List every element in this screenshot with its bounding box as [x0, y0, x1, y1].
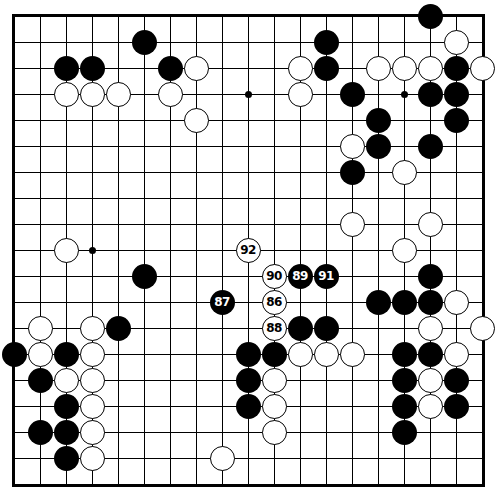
intersection-13-13 [339, 341, 365, 367]
black-stone [288, 316, 313, 341]
white-stone [184, 108, 209, 133]
intersection-16-11 [417, 289, 443, 315]
intersection-14-16 [365, 419, 391, 445]
white-stone [444, 342, 469, 367]
intersection-11-4 [287, 107, 313, 133]
intersection-11-17 [287, 445, 313, 471]
intersection-0-7 [1, 185, 27, 211]
intersection-1-0 [27, 3, 53, 29]
intersection-8-5 [209, 133, 235, 159]
intersection-12-2 [313, 55, 339, 81]
white-stone-move-90: 90 [262, 264, 287, 289]
intersection-16-10 [417, 263, 443, 289]
intersection-1-15 [27, 393, 53, 419]
intersection-3-0 [79, 3, 105, 29]
intersection-8-12 [209, 315, 235, 341]
intersection-3-4 [79, 107, 105, 133]
intersection-18-12 [469, 315, 495, 341]
intersection-17-15 [443, 393, 469, 419]
intersection-0-3 [1, 81, 27, 107]
intersection-7-12 [183, 315, 209, 341]
black-stone [418, 134, 443, 159]
intersection-0-5 [1, 133, 27, 159]
black-stone [54, 342, 79, 367]
intersection-14-18 [365, 471, 391, 497]
intersection-4-9 [105, 237, 131, 263]
intersection-18-0 [469, 3, 495, 29]
intersection-18-17 [469, 445, 495, 471]
intersection-8-8 [209, 211, 235, 237]
intersection-10-3 [261, 81, 287, 107]
intersection-18-9 [469, 237, 495, 263]
intersection-15-3 [391, 81, 417, 107]
intersection-17-7 [443, 185, 469, 211]
intersection-2-7 [53, 185, 79, 211]
intersection-9-14 [235, 367, 261, 393]
white-stone-move-86: 86 [262, 290, 287, 315]
intersection-12-10: 91 [313, 263, 339, 289]
intersection-2-5 [53, 133, 79, 159]
intersection-0-11 [1, 289, 27, 315]
intersection-10-0 [261, 3, 287, 29]
intersection-12-16 [313, 419, 339, 445]
intersection-17-3 [443, 81, 469, 107]
intersection-6-13 [157, 341, 183, 367]
go-board: 92908991878688 [12, 14, 485, 487]
intersection-10-4 [261, 107, 287, 133]
black-stone [418, 4, 443, 29]
intersection-15-8 [391, 211, 417, 237]
intersection-6-8 [157, 211, 183, 237]
intersection-13-1 [339, 29, 365, 55]
intersection-3-12 [79, 315, 105, 341]
white-stone [470, 56, 495, 81]
intersection-8-1 [209, 29, 235, 55]
intersection-13-15 [339, 393, 365, 419]
intersection-6-3 [157, 81, 183, 107]
intersection-9-5 [235, 133, 261, 159]
intersection-18-16 [469, 419, 495, 445]
black-stone [132, 264, 157, 289]
intersection-9-8 [235, 211, 261, 237]
intersection-7-13 [183, 341, 209, 367]
intersection-4-8 [105, 211, 131, 237]
intersection-14-14 [365, 367, 391, 393]
intersection-12-4 [313, 107, 339, 133]
intersection-10-18 [261, 471, 287, 497]
intersection-7-5 [183, 133, 209, 159]
intersection-13-9 [339, 237, 365, 263]
intersection-9-10 [235, 263, 261, 289]
intersection-18-2 [469, 55, 495, 81]
intersection-3-9 [79, 237, 105, 263]
intersection-5-17 [131, 445, 157, 471]
intersection-0-17 [1, 445, 27, 471]
intersection-18-7 [469, 185, 495, 211]
intersection-16-8 [417, 211, 443, 237]
white-stone [418, 368, 443, 393]
black-stone [366, 134, 391, 159]
intersection-16-12 [417, 315, 443, 341]
intersection-5-18 [131, 471, 157, 497]
intersection-8-4 [209, 107, 235, 133]
intersection-13-4 [339, 107, 365, 133]
star-point [89, 247, 96, 254]
intersection-4-3 [105, 81, 131, 107]
intersection-5-9 [131, 237, 157, 263]
white-stone [262, 420, 287, 445]
intersection-13-10 [339, 263, 365, 289]
intersection-0-0 [1, 3, 27, 29]
intersection-14-11 [365, 289, 391, 315]
intersection-4-2 [105, 55, 131, 81]
white-stone [54, 82, 79, 107]
intersection-4-11 [105, 289, 131, 315]
intersection-10-12: 88 [261, 315, 287, 341]
intersection-12-0 [313, 3, 339, 29]
intersection-5-15 [131, 393, 157, 419]
intersection-13-11 [339, 289, 365, 315]
white-stone [418, 212, 443, 237]
intersection-11-16 [287, 419, 313, 445]
intersection-7-14 [183, 367, 209, 393]
intersection-16-16 [417, 419, 443, 445]
intersection-9-0 [235, 3, 261, 29]
intersection-3-15 [79, 393, 105, 419]
black-stone [54, 394, 79, 419]
black-stone [392, 394, 417, 419]
white-stone [288, 82, 313, 107]
black-stone [28, 420, 53, 445]
intersection-9-15 [235, 393, 261, 419]
intersection-10-17 [261, 445, 287, 471]
intersection-6-6 [157, 159, 183, 185]
intersection-6-5 [157, 133, 183, 159]
intersection-14-1 [365, 29, 391, 55]
intersection-1-3 [27, 81, 53, 107]
intersection-14-7 [365, 185, 391, 211]
intersection-13-2 [339, 55, 365, 81]
intersection-6-15 [157, 393, 183, 419]
white-stone [210, 446, 235, 471]
star-point [401, 91, 408, 98]
intersection-4-6 [105, 159, 131, 185]
intersection-16-0 [417, 3, 443, 29]
intersection-6-16 [157, 419, 183, 445]
intersection-14-4 [365, 107, 391, 133]
intersection-12-11 [313, 289, 339, 315]
intersection-10-8 [261, 211, 287, 237]
intersection-5-6 [131, 159, 157, 185]
intersection-11-5 [287, 133, 313, 159]
intersection-5-7 [131, 185, 157, 211]
white-stone [262, 368, 287, 393]
intersection-3-16 [79, 419, 105, 445]
intersection-16-15 [417, 393, 443, 419]
intersection-7-3 [183, 81, 209, 107]
intersection-11-8 [287, 211, 313, 237]
intersection-8-3 [209, 81, 235, 107]
intersection-8-0 [209, 3, 235, 29]
intersection-7-6 [183, 159, 209, 185]
intersection-13-8 [339, 211, 365, 237]
intersection-14-10 [365, 263, 391, 289]
intersection-14-8 [365, 211, 391, 237]
intersection-9-1 [235, 29, 261, 55]
intersection-11-7 [287, 185, 313, 211]
black-stone [314, 56, 339, 81]
white-stone-move-88: 88 [262, 316, 287, 341]
intersection-11-12 [287, 315, 313, 341]
intersection-15-16 [391, 419, 417, 445]
intersection-6-9 [157, 237, 183, 263]
intersection-8-11: 87 [209, 289, 235, 315]
intersection-4-16 [105, 419, 131, 445]
intersection-17-14 [443, 367, 469, 393]
intersection-3-1 [79, 29, 105, 55]
intersection-18-11 [469, 289, 495, 315]
intersection-17-10 [443, 263, 469, 289]
intersection-16-7 [417, 185, 443, 211]
intersection-2-15 [53, 393, 79, 419]
intersection-17-2 [443, 55, 469, 81]
intersection-4-1 [105, 29, 131, 55]
intersection-3-11 [79, 289, 105, 315]
intersection-0-4 [1, 107, 27, 133]
intersection-11-1 [287, 29, 313, 55]
black-stone [236, 394, 261, 419]
intersection-7-18 [183, 471, 209, 497]
intersection-2-3 [53, 81, 79, 107]
intersection-3-8 [79, 211, 105, 237]
intersection-9-16 [235, 419, 261, 445]
intersection-0-9 [1, 237, 27, 263]
intersection-15-1 [391, 29, 417, 55]
intersection-7-15 [183, 393, 209, 419]
intersection-7-0 [183, 3, 209, 29]
intersection-18-8 [469, 211, 495, 237]
intersection-7-16 [183, 419, 209, 445]
intersection-12-1 [313, 29, 339, 55]
intersection-4-4 [105, 107, 131, 133]
intersection-3-14 [79, 367, 105, 393]
intersection-5-14 [131, 367, 157, 393]
intersection-0-14 [1, 367, 27, 393]
black-stone [314, 30, 339, 55]
black-stone [444, 108, 469, 133]
intersection-12-18 [313, 471, 339, 497]
intersection-1-7 [27, 185, 53, 211]
white-stone [80, 368, 105, 393]
intersection-11-6 [287, 159, 313, 185]
black-stone [392, 368, 417, 393]
intersection-6-17 [157, 445, 183, 471]
white-stone [392, 238, 417, 263]
intersection-16-14 [417, 367, 443, 393]
intersection-1-14 [27, 367, 53, 393]
intersection-8-18 [209, 471, 235, 497]
white-stone [262, 394, 287, 419]
intersection-6-4 [157, 107, 183, 133]
intersection-7-4 [183, 107, 209, 133]
intersection-8-2 [209, 55, 235, 81]
white-stone [340, 134, 365, 159]
intersection-14-9 [365, 237, 391, 263]
intersection-8-14 [209, 367, 235, 393]
intersection-5-5 [131, 133, 157, 159]
intersection-16-18 [417, 471, 443, 497]
black-stone [392, 342, 417, 367]
intersection-17-9 [443, 237, 469, 263]
intersection-15-9 [391, 237, 417, 263]
intersection-10-14 [261, 367, 287, 393]
white-stone [28, 316, 53, 341]
intersection-11-13 [287, 341, 313, 367]
white-stone [158, 82, 183, 107]
intersection-4-10 [105, 263, 131, 289]
intersection-1-1 [27, 29, 53, 55]
white-stone [106, 82, 131, 107]
black-stone [236, 342, 261, 367]
intersection-3-17 [79, 445, 105, 471]
intersection-7-9 [183, 237, 209, 263]
white-stone [80, 394, 105, 419]
intersection-14-15 [365, 393, 391, 419]
intersection-12-12 [313, 315, 339, 341]
intersection-4-5 [105, 133, 131, 159]
intersection-1-5 [27, 133, 53, 159]
black-stone [418, 290, 443, 315]
intersection-0-15 [1, 393, 27, 419]
intersection-9-4 [235, 107, 261, 133]
intersection-13-3 [339, 81, 365, 107]
black-stone [418, 82, 443, 107]
intersection-15-0 [391, 3, 417, 29]
black-stone [366, 290, 391, 315]
intersection-13-14 [339, 367, 365, 393]
intersection-0-10 [1, 263, 27, 289]
intersection-10-7 [261, 185, 287, 211]
intersection-15-6 [391, 159, 417, 185]
black-stone [444, 394, 469, 419]
black-stone [392, 290, 417, 315]
intersection-2-2 [53, 55, 79, 81]
intersection-15-10 [391, 263, 417, 289]
intersection-4-14 [105, 367, 131, 393]
intersection-6-14 [157, 367, 183, 393]
white-stone [54, 368, 79, 393]
intersection-9-17 [235, 445, 261, 471]
black-stone [340, 82, 365, 107]
intersection-2-14 [53, 367, 79, 393]
intersection-17-12 [443, 315, 469, 341]
intersection-8-6 [209, 159, 235, 185]
intersection-18-13 [469, 341, 495, 367]
intersection-15-17 [391, 445, 417, 471]
intersection-4-15 [105, 393, 131, 419]
white-stone [418, 56, 443, 81]
intersection-12-8 [313, 211, 339, 237]
intersection-12-13 [313, 341, 339, 367]
intersection-14-17 [365, 445, 391, 471]
white-stone [288, 56, 313, 81]
intersection-18-3 [469, 81, 495, 107]
intersection-6-7 [157, 185, 183, 211]
intersection-0-2 [1, 55, 27, 81]
intersection-2-8 [53, 211, 79, 237]
star-point [245, 91, 252, 98]
intersection-9-18 [235, 471, 261, 497]
intersection-9-13 [235, 341, 261, 367]
intersection-18-15 [469, 393, 495, 419]
intersection-12-6 [313, 159, 339, 185]
intersection-2-1 [53, 29, 79, 55]
intersection-12-9 [313, 237, 339, 263]
intersection-16-9 [417, 237, 443, 263]
intersection-1-17 [27, 445, 53, 471]
intersection-6-0 [157, 3, 183, 29]
intersection-13-16 [339, 419, 365, 445]
intersection-18-10 [469, 263, 495, 289]
intersection-16-1 [417, 29, 443, 55]
intersection-7-2 [183, 55, 209, 81]
intersection-14-6 [365, 159, 391, 185]
intersection-3-7 [79, 185, 105, 211]
white-stone [80, 82, 105, 107]
white-stone [340, 342, 365, 367]
intersection-8-9 [209, 237, 235, 263]
intersection-2-11 [53, 289, 79, 315]
intersection-10-1 [261, 29, 287, 55]
intersection-14-3 [365, 81, 391, 107]
intersection-6-12 [157, 315, 183, 341]
intersection-5-16 [131, 419, 157, 445]
black-stone [340, 160, 365, 185]
intersection-2-0 [53, 3, 79, 29]
intersection-18-14 [469, 367, 495, 393]
intersection-10-2 [261, 55, 287, 81]
intersection-13-18 [339, 471, 365, 497]
intersection-0-16 [1, 419, 27, 445]
intersection-3-3 [79, 81, 105, 107]
intersection-8-7 [209, 185, 235, 211]
black-stone [236, 368, 261, 393]
intersection-9-7 [235, 185, 261, 211]
intersection-3-13 [79, 341, 105, 367]
intersection-14-12 [365, 315, 391, 341]
black-stone [54, 446, 79, 471]
black-stone [262, 342, 287, 367]
intersection-15-11 [391, 289, 417, 315]
white-stone [28, 342, 53, 367]
intersection-2-9 [53, 237, 79, 263]
black-stone [28, 368, 53, 393]
black-stone [392, 420, 417, 445]
black-stone [106, 316, 131, 341]
intersection-11-18 [287, 471, 313, 497]
intersection-10-5 [261, 133, 287, 159]
black-stone [314, 316, 339, 341]
intersection-5-4 [131, 107, 157, 133]
intersection-2-17 [53, 445, 79, 471]
intersection-3-5 [79, 133, 105, 159]
intersection-14-2 [365, 55, 391, 81]
intersection-5-10 [131, 263, 157, 289]
intersection-10-10: 90 [261, 263, 287, 289]
black-stone [444, 368, 469, 393]
intersection-9-3 [235, 81, 261, 107]
intersection-16-5 [417, 133, 443, 159]
